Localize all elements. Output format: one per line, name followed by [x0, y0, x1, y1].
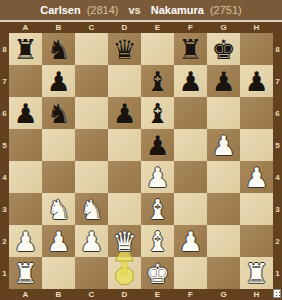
white-rook[interactable]: ♜ — [244, 260, 268, 287]
file-labels-top: ABCDEFGH — [0, 22, 282, 33]
black-king[interactable]: ♚ — [211, 36, 235, 63]
square-f4[interactable] — [174, 161, 207, 193]
square-f2[interactable]: ♟ — [174, 225, 207, 257]
square-b4[interactable] — [42, 161, 75, 193]
square-e7[interactable]: ♝ — [141, 65, 174, 97]
square-b6[interactable]: ♞ — [42, 97, 75, 129]
rank-labels-left: 87654321 — [0, 33, 9, 289]
black-rook[interactable]: ♜ — [13, 36, 37, 63]
rank-label-6: 6 — [0, 97, 9, 129]
rank-label-5: 5 — [0, 129, 9, 161]
white-player-name: Carlsen — [40, 4, 80, 16]
square-e4[interactable]: ♟ — [141, 161, 174, 193]
white-rook[interactable]: ♜ — [13, 260, 37, 287]
black-bishop[interactable]: ♝ — [145, 100, 169, 127]
black-rook[interactable]: ♜ — [178, 36, 202, 63]
square-e8[interactable] — [141, 33, 174, 65]
rank-label-8: 8 — [0, 33, 9, 65]
square-d1[interactable] — [108, 257, 141, 289]
file-label-f: F — [174, 289, 207, 300]
square-g8[interactable]: ♚ — [207, 33, 240, 65]
rank-label-1: 1 — [273, 257, 282, 289]
square-g2[interactable] — [207, 225, 240, 257]
square-h7[interactable]: ♟ — [240, 65, 273, 97]
white-pawn[interactable]: ♟ — [46, 228, 70, 255]
rank-label-8: 8 — [273, 33, 282, 65]
square-d6[interactable]: ♟ — [108, 97, 141, 129]
black-pawn[interactable]: ♟ — [13, 100, 37, 127]
square-c1[interactable] — [75, 257, 108, 289]
rank-label-2: 2 — [273, 225, 282, 257]
square-d8[interactable]: ♛ — [108, 33, 141, 65]
square-a2[interactable]: ♟ — [9, 225, 42, 257]
square-b2[interactable]: ♟ — [42, 225, 75, 257]
square-d5[interactable] — [108, 129, 141, 161]
file-label-f: F — [174, 22, 207, 33]
rank-labels-right: 87654321 — [273, 33, 282, 289]
black-pawn[interactable]: ♟ — [211, 68, 235, 95]
black-player-rating: (2751) — [210, 4, 242, 16]
square-b1[interactable] — [42, 257, 75, 289]
file-label-c: C — [75, 289, 108, 300]
square-h4[interactable]: ♟ — [240, 161, 273, 193]
black-pawn[interactable]: ♟ — [244, 68, 268, 95]
square-d3[interactable] — [108, 193, 141, 225]
square-f7[interactable]: ♟ — [174, 65, 207, 97]
white-pawn[interactable]: ♟ — [178, 228, 202, 255]
file-label-b: B — [42, 22, 75, 33]
file-label-a: A — [9, 289, 42, 300]
square-b7[interactable]: ♟ — [42, 65, 75, 97]
square-e5[interactable]: ♟ — [141, 129, 174, 161]
square-g1[interactable] — [207, 257, 240, 289]
black-pawn[interactable]: ♟ — [145, 132, 169, 159]
square-h6[interactable] — [240, 97, 273, 129]
square-c7[interactable] — [75, 65, 108, 97]
file-labels-bottom: ABCDEFGH — [0, 289, 282, 300]
white-pawn[interactable]: ♟ — [79, 228, 103, 255]
black-knight[interactable]: ♞ — [46, 36, 70, 63]
square-h5[interactable] — [240, 129, 273, 161]
square-g5[interactable]: ♟ — [207, 129, 240, 161]
file-label-g: G — [207, 289, 240, 300]
file-label-g: G — [207, 22, 240, 33]
rank-label-4: 4 — [0, 161, 9, 193]
black-pawn[interactable]: ♟ — [112, 100, 136, 127]
rank-label-7: 7 — [0, 65, 9, 97]
white-pawn[interactable]: ♟ — [13, 228, 37, 255]
square-a8[interactable]: ♜ — [9, 33, 42, 65]
square-b5[interactable] — [42, 129, 75, 161]
rank-label-7: 7 — [273, 65, 282, 97]
square-f3[interactable] — [174, 193, 207, 225]
file-label-c: C — [75, 22, 108, 33]
square-f8[interactable]: ♜ — [174, 33, 207, 65]
square-a5[interactable] — [9, 129, 42, 161]
white-pawn[interactable]: ♟ — [145, 164, 169, 191]
square-h2[interactable] — [240, 225, 273, 257]
square-b3[interactable]: ♞ — [42, 193, 75, 225]
white-bishop[interactable]: ♝ — [145, 228, 169, 255]
file-label-h: H — [240, 289, 273, 300]
square-c5[interactable] — [75, 129, 108, 161]
board-settings-icon[interactable] — [273, 289, 281, 298]
black-bishop[interactable]: ♝ — [145, 68, 169, 95]
square-c4[interactable] — [75, 161, 108, 193]
square-d4[interactable] — [108, 161, 141, 193]
square-a6[interactable]: ♟ — [9, 97, 42, 129]
square-d2[interactable]: ♛ — [108, 225, 141, 257]
square-h1[interactable]: ♜ — [240, 257, 273, 289]
file-label-d: D — [108, 289, 141, 300]
square-h3[interactable] — [240, 193, 273, 225]
match-header: Carlsen (2814) vs Nakamura (2751) — [0, 0, 282, 22]
square-c3[interactable]: ♞ — [75, 193, 108, 225]
white-pawn[interactable]: ♟ — [244, 164, 268, 191]
square-a3[interactable] — [9, 193, 42, 225]
square-a1[interactable]: ♜ — [9, 257, 42, 289]
square-e1[interactable]: ♚ — [141, 257, 174, 289]
square-b8[interactable]: ♞ — [42, 33, 75, 65]
file-label-a: A — [9, 22, 42, 33]
square-f5[interactable] — [174, 129, 207, 161]
file-label-d: D — [108, 22, 141, 33]
chess-app: Carlsen (2814) vs Nakamura (2751) ABCDEF… — [0, 0, 282, 300]
black-pawn[interactable]: ♟ — [178, 68, 202, 95]
square-e3[interactable]: ♝ — [141, 193, 174, 225]
file-label-h: H — [240, 22, 273, 33]
white-knight[interactable]: ♞ — [46, 196, 70, 223]
square-e2[interactable]: ♝ — [141, 225, 174, 257]
square-g3[interactable] — [207, 193, 240, 225]
square-f1[interactable] — [174, 257, 207, 289]
black-pawn[interactable]: ♟ — [46, 68, 70, 95]
black-queen[interactable]: ♛ — [112, 36, 136, 63]
board-middle: 87654321 ♜♞♛♜♚♟♝♟♟♟♟♞♟♝♟♟♟♟♞♞♝♟♟♟♛♝♟♜♚♜ … — [0, 33, 282, 289]
white-knight[interactable]: ♞ — [79, 196, 103, 223]
square-c8[interactable] — [75, 33, 108, 65]
square-f6[interactable] — [174, 97, 207, 129]
white-bishop[interactable]: ♝ — [145, 196, 169, 223]
rank-label-1: 1 — [0, 257, 9, 289]
square-h8[interactable] — [240, 33, 273, 65]
rank-label-5: 5 — [273, 129, 282, 161]
rank-label-2: 2 — [0, 225, 9, 257]
file-label-b: B — [42, 289, 75, 300]
square-g4[interactable] — [207, 161, 240, 193]
file-label-e: E — [141, 22, 174, 33]
white-pawn[interactable]: ♟ — [211, 132, 235, 159]
square-a4[interactable] — [9, 161, 42, 193]
file-label-e: E — [141, 289, 174, 300]
square-g6[interactable] — [207, 97, 240, 129]
white-king[interactable]: ♚ — [145, 260, 169, 287]
white-player-rating: (2814) — [87, 4, 119, 16]
black-player-name: Nakamura — [151, 4, 204, 16]
rank-label-3: 3 — [273, 193, 282, 225]
square-a7[interactable] — [9, 65, 42, 97]
square-c2[interactable]: ♟ — [75, 225, 108, 257]
square-c6[interactable] — [75, 97, 108, 129]
square-e6[interactable]: ♝ — [141, 97, 174, 129]
square-d7[interactable] — [108, 65, 141, 97]
vs-label: vs — [128, 4, 140, 16]
rank-label-6: 6 — [273, 97, 282, 129]
black-knight[interactable]: ♞ — [46, 100, 70, 127]
rank-label-4: 4 — [273, 161, 282, 193]
chess-board: ♜♞♛♜♚♟♝♟♟♟♟♞♟♝♟♟♟♟♞♞♝♟♟♟♛♝♟♜♚♜ — [9, 33, 273, 289]
rank-label-3: 3 — [0, 193, 9, 225]
square-g7[interactable]: ♟ — [207, 65, 240, 97]
white-queen[interactable]: ♛ — [112, 228, 136, 255]
